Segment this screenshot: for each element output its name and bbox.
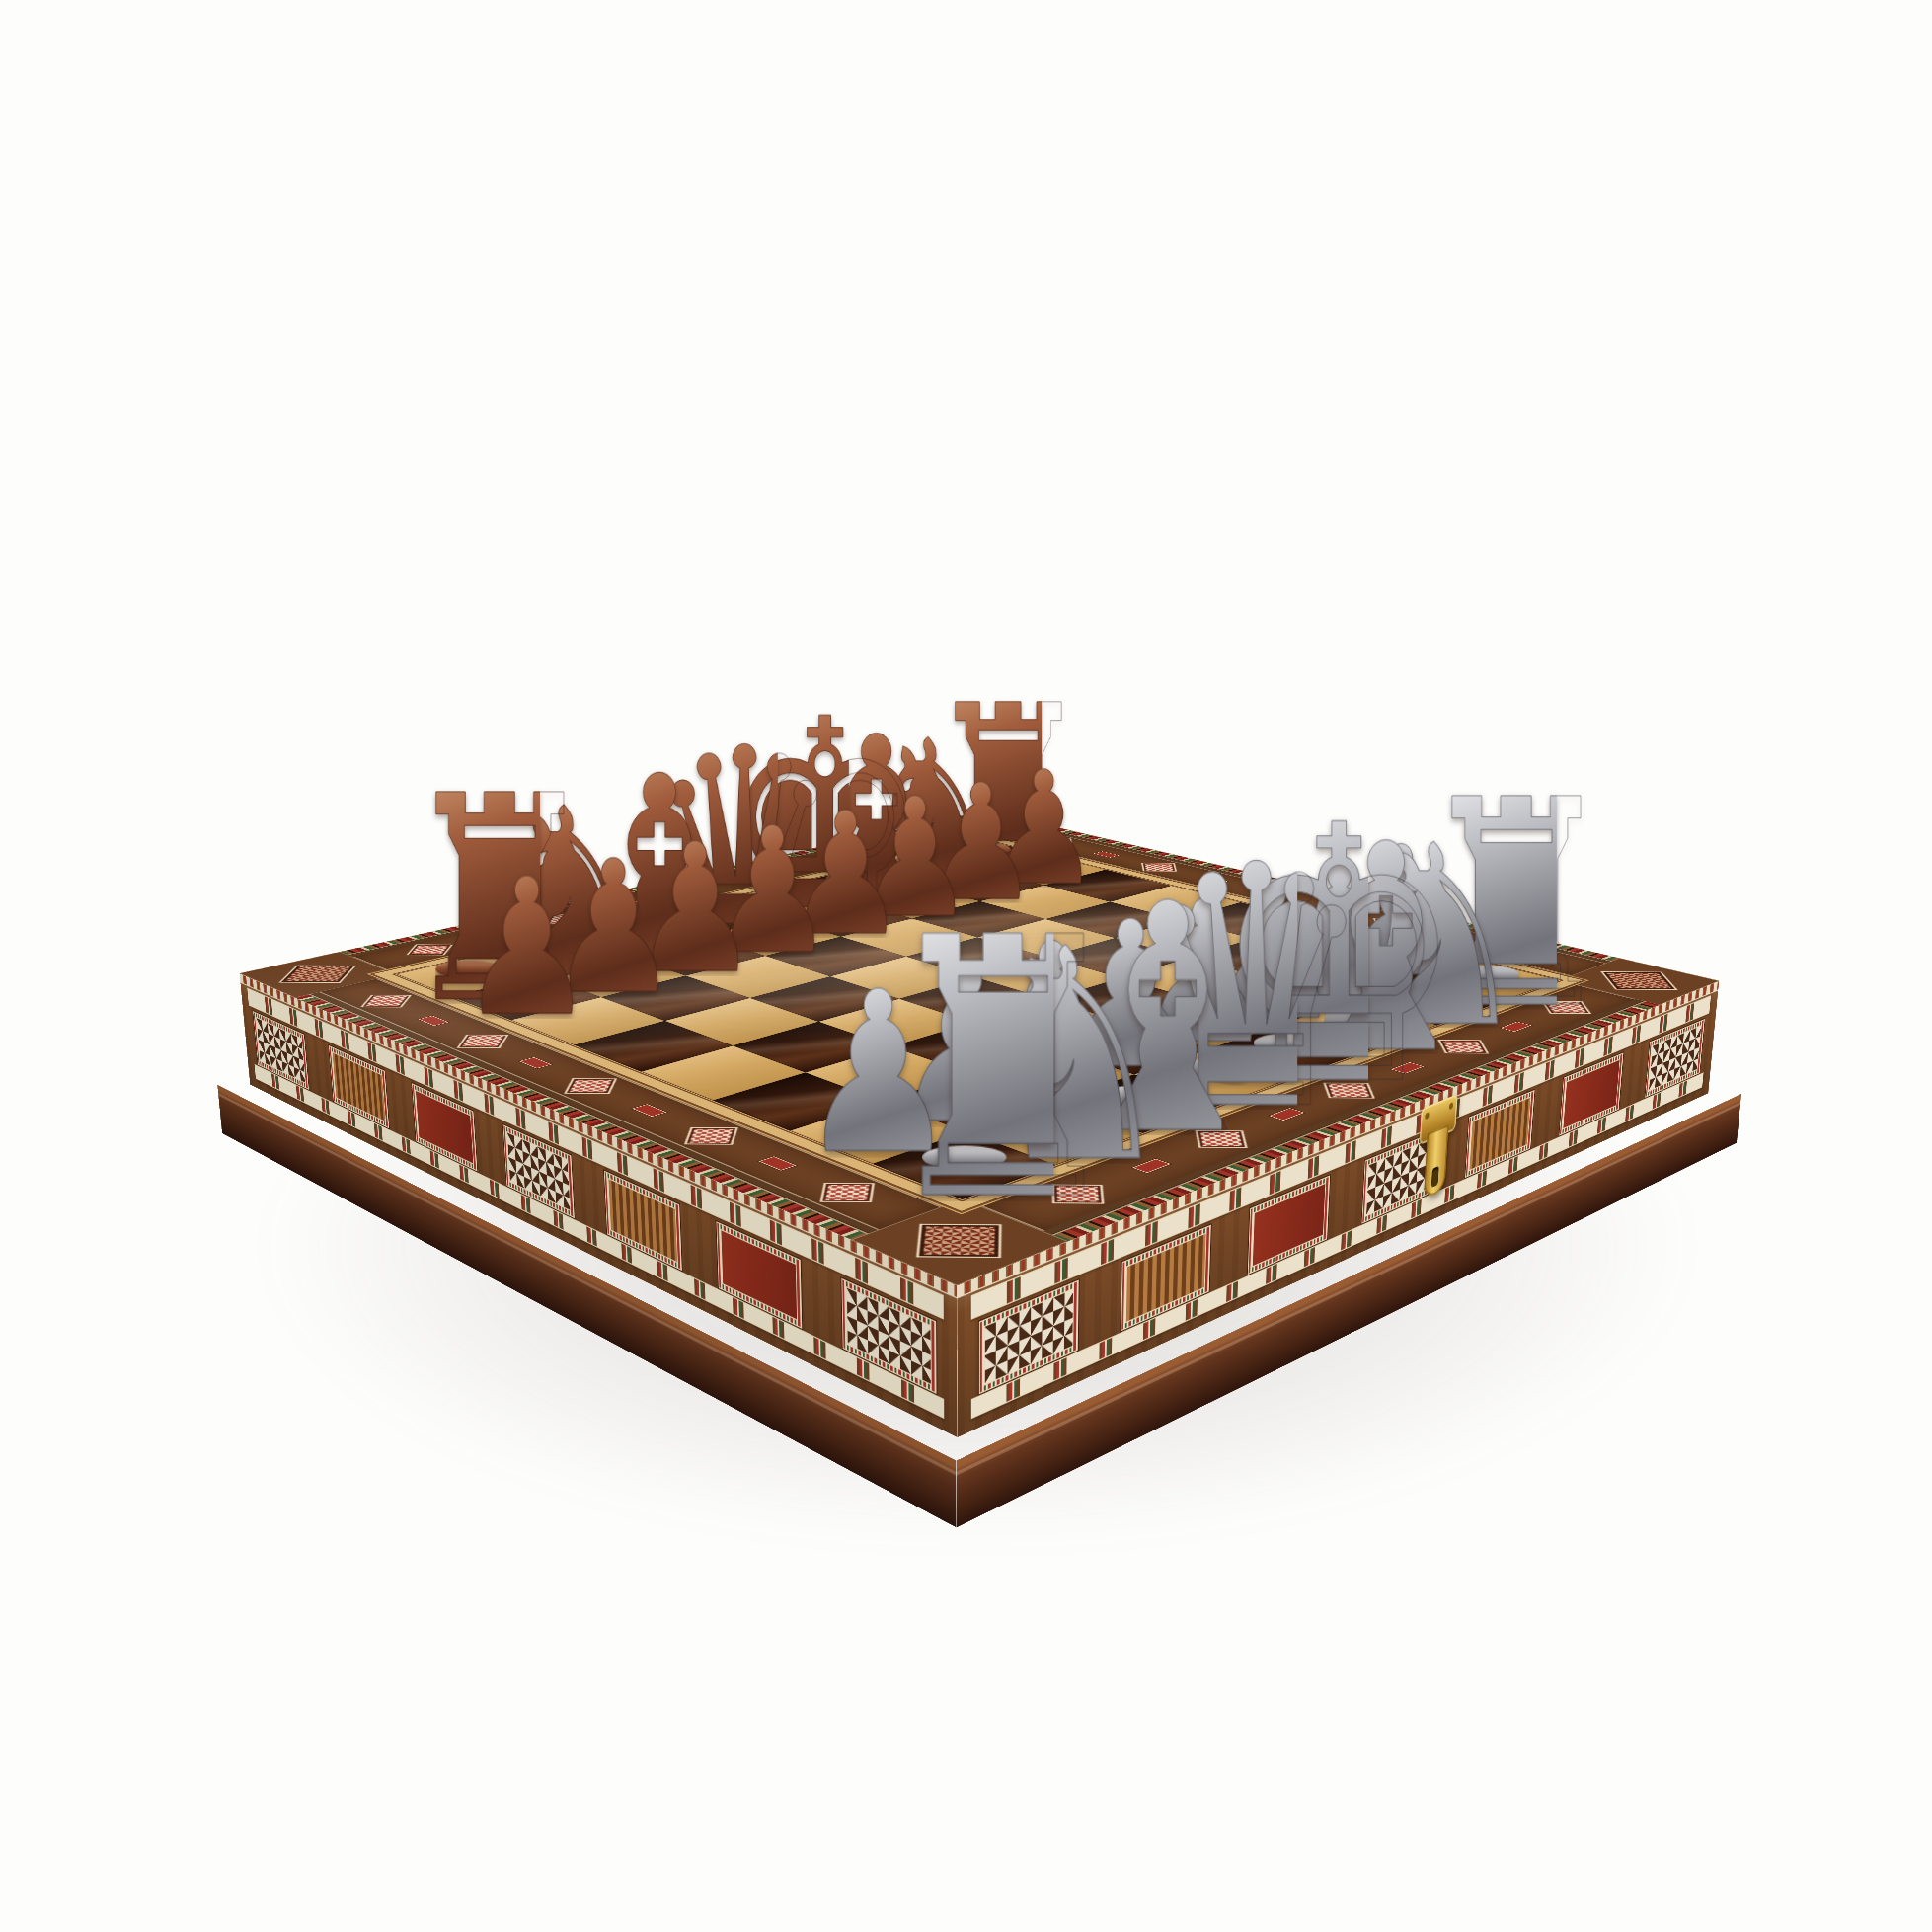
brass-latch bbox=[1413, 1093, 1461, 1216]
inlay-diamond-medallion bbox=[894, 838, 928, 846]
inlay-red-tile bbox=[847, 850, 873, 856]
inlay-diamond-medallion bbox=[671, 887, 711, 895]
inlay-diamond-medallion bbox=[406, 944, 452, 955]
latch-hasp bbox=[1424, 1124, 1449, 1199]
inlay-diamond-medallion bbox=[787, 861, 823, 870]
white-rook-glyph: ♜ bbox=[875, 892, 1053, 1250]
inlay-red-tile bbox=[615, 901, 644, 908]
black-pawn-glyph: ♟ bbox=[454, 854, 600, 1043]
product-photo-canvas: ♜♞♝♛♚♝♞♜♟♟♟♟♟♟♟♟♟♟♟♟♟♟♟♟♜♞♝♛♚♝♞♜ bbox=[0, 0, 1932, 1932]
inlay-red-tile bbox=[735, 875, 763, 882]
scene: ♜♞♝♛♚♝♞♜♟♟♟♟♟♟♟♟♟♟♟♟♟♟♟♟♜♞♝♛♚♝♞♜ bbox=[0, 0, 1932, 1932]
